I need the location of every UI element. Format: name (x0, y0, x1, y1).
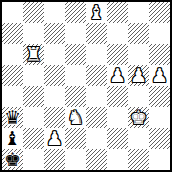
square-f1[interactable] (107, 149, 128, 170)
square-d2[interactable] (65, 128, 86, 149)
square-g5[interactable]: ♟ (128, 65, 149, 86)
square-c5[interactable] (44, 65, 65, 86)
white-rook: ♜ (25, 44, 42, 65)
square-a8[interactable] (2, 2, 23, 23)
square-b2[interactable] (23, 128, 44, 149)
square-h6[interactable] (149, 44, 170, 65)
white-pawn: ♟ (109, 65, 126, 86)
black-bishop: ♝ (4, 128, 21, 149)
square-d6[interactable] (65, 44, 86, 65)
square-d4[interactable] (65, 86, 86, 107)
square-g1[interactable] (128, 149, 149, 170)
square-h5[interactable]: ♟ (149, 65, 170, 86)
square-h1[interactable] (149, 149, 170, 170)
square-c6[interactable] (44, 44, 65, 65)
square-c7[interactable] (44, 23, 65, 44)
black-queen: ♛ (4, 107, 21, 128)
square-b4[interactable] (23, 86, 44, 107)
square-e6[interactable] (86, 44, 107, 65)
square-g8[interactable] (128, 2, 149, 23)
square-b7[interactable] (23, 23, 44, 44)
square-g6[interactable] (128, 44, 149, 65)
square-e8[interactable]: ♝ (86, 2, 107, 23)
square-h7[interactable] (149, 23, 170, 44)
white-pawn: ♟ (130, 65, 147, 86)
square-b1[interactable] (23, 149, 44, 170)
square-c8[interactable] (44, 2, 65, 23)
square-d8[interactable] (65, 2, 86, 23)
square-f2[interactable] (107, 128, 128, 149)
square-e7[interactable] (86, 23, 107, 44)
square-b5[interactable] (23, 65, 44, 86)
square-h2[interactable] (149, 128, 170, 149)
square-g3[interactable]: ♚ (128, 107, 149, 128)
square-b8[interactable] (23, 2, 44, 23)
chess-board: ♝♜♟♟♟♛♞♚♝♟♚ (0, 0, 172, 172)
square-c3[interactable] (44, 107, 65, 128)
black-king: ♚ (4, 149, 21, 170)
square-h8[interactable] (149, 2, 170, 23)
square-e4[interactable] (86, 86, 107, 107)
square-a7[interactable] (2, 23, 23, 44)
white-pawn: ♟ (46, 128, 63, 149)
square-h3[interactable] (149, 107, 170, 128)
square-e3[interactable] (86, 107, 107, 128)
square-e5[interactable] (86, 65, 107, 86)
square-d3[interactable]: ♞ (65, 107, 86, 128)
square-f6[interactable] (107, 44, 128, 65)
square-a4[interactable] (2, 86, 23, 107)
square-g7[interactable] (128, 23, 149, 44)
square-f7[interactable] (107, 23, 128, 44)
square-f8[interactable] (107, 2, 128, 23)
square-a3[interactable]: ♛ (2, 107, 23, 128)
square-h4[interactable] (149, 86, 170, 107)
square-c2[interactable]: ♟ (44, 128, 65, 149)
square-d7[interactable] (65, 23, 86, 44)
square-f5[interactable]: ♟ (107, 65, 128, 86)
square-b3[interactable] (23, 107, 44, 128)
white-pawn: ♟ (151, 65, 168, 86)
square-e2[interactable] (86, 128, 107, 149)
square-a2[interactable]: ♝ (2, 128, 23, 149)
square-f3[interactable] (107, 107, 128, 128)
chess-diagram: ♝♜♟♟♟♛♞♚♝♟♚ (0, 0, 172, 172)
square-f4[interactable] (107, 86, 128, 107)
square-g2[interactable] (128, 128, 149, 149)
white-knight: ♞ (67, 107, 84, 128)
square-g4[interactable] (128, 86, 149, 107)
square-d5[interactable] (65, 65, 86, 86)
square-a5[interactable] (2, 65, 23, 86)
square-d1[interactable] (65, 149, 86, 170)
white-king: ♚ (130, 107, 147, 128)
square-a1[interactable]: ♚ (2, 149, 23, 170)
square-c1[interactable] (44, 149, 65, 170)
white-bishop: ♝ (88, 2, 105, 23)
square-a6[interactable] (2, 44, 23, 65)
square-b6[interactable]: ♜ (23, 44, 44, 65)
square-c4[interactable] (44, 86, 65, 107)
square-e1[interactable] (86, 149, 107, 170)
